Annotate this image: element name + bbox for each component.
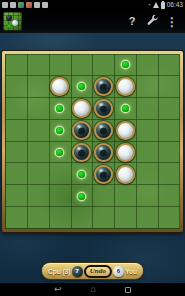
cell-a5[interactable] [5,142,27,164]
cell-h8[interactable] [158,207,180,229]
white-disc: ● [50,77,69,96]
legal-move-hint[interactable] [78,83,85,90]
icon-hint-dot [7,24,11,28]
overflow-menu-button[interactable]: ⋮ [162,10,182,33]
black-score-disc: 7 [72,266,83,277]
cell-h7[interactable] [158,185,180,207]
icon-black-disc [6,15,12,21]
help-button[interactable]: ? [122,10,142,33]
white-disc: ● [116,77,135,96]
cell-a2[interactable] [5,76,27,98]
cpu-label: Cpu (3) [48,268,70,275]
navigation-bar: ↩ ⌂ [0,283,185,296]
cell-f4[interactable]: ● [114,120,136,142]
cell-e2[interactable]: ● [93,76,115,98]
black-disc: ● [72,121,91,140]
notification-icon [2,2,8,8]
cell-d8[interactable] [71,207,93,229]
overflow-dots-icon: ⋮ [166,16,178,28]
cell-e1[interactable] [93,54,115,76]
cell-f3[interactable] [114,98,136,120]
cell-c4[interactable] [49,120,71,142]
cell-h5[interactable] [158,142,180,164]
board-frame: ●●●●●●●●●●●●● [2,51,183,232]
reversi-app-icon[interactable] [3,12,22,31]
black-disc: ● [94,121,113,140]
black-disc: ● [94,99,113,118]
wifi-icon [153,2,159,8]
cell-f6[interactable]: ● [114,163,136,185]
cell-c1[interactable] [49,54,71,76]
cell-b1[interactable] [27,54,49,76]
cell-d4[interactable]: ● [71,120,93,142]
cell-c6[interactable] [49,163,71,185]
camera-notification-icon [34,2,40,8]
cell-b6[interactable] [27,163,49,185]
cell-d2[interactable] [71,76,93,98]
cell-e4[interactable]: ● [93,120,115,142]
cell-c5[interactable] [49,142,71,164]
cell-f7[interactable] [114,185,136,207]
cell-b4[interactable] [27,120,49,142]
cell-d3[interactable]: ● [71,98,93,120]
legal-move-hint[interactable] [56,105,63,112]
board-grid[interactable]: ●●●●●●●●●●●●● [5,54,180,229]
cell-f1[interactable] [114,54,136,76]
cell-h3[interactable] [158,98,180,120]
legal-move-hint[interactable] [56,127,63,134]
cell-g6[interactable] [136,163,158,185]
settings-button[interactable] [142,10,162,33]
you-label: You [125,268,137,275]
cell-g7[interactable] [136,185,158,207]
cell-b7[interactable] [27,185,49,207]
cell-a3[interactable] [5,98,27,120]
cell-e3[interactable]: ● [93,98,115,120]
back-icon[interactable]: ↩ [54,285,62,294]
cell-e5[interactable]: ● [93,142,115,164]
white-disc: ● [116,121,135,140]
cell-a4[interactable] [5,120,27,142]
icon-white-disc [12,20,18,26]
cell-g5[interactable] [136,142,158,164]
black-disc: ● [94,165,113,184]
photo-notification-icon [26,2,32,8]
white-disc: ● [116,143,135,162]
app-notification-icon [18,2,24,8]
wrench-icon [146,13,159,31]
cell-b2[interactable] [27,76,49,98]
cell-d1[interactable] [71,54,93,76]
action-bar: ? ⋮ [0,10,185,33]
undo-button[interactable]: Undo [84,265,112,278]
cell-g2[interactable] [136,76,158,98]
legal-move-hint[interactable] [122,105,129,112]
cell-d7[interactable] [71,185,93,207]
action-bar-buttons: ? ⋮ [122,10,182,33]
cell-g8[interactable] [136,207,158,229]
cell-f8[interactable] [114,207,136,229]
alarm-icon: ◔ [147,2,151,8]
cell-c7[interactable] [49,185,71,207]
black-disc: ● [72,143,91,162]
cell-a6[interactable] [5,163,27,185]
white-disc: ● [72,99,91,118]
cell-g4[interactable] [136,120,158,142]
cell-e7[interactable] [93,185,115,207]
status-indicators: ◔ 06:43 [147,2,183,9]
white-disc: ● [116,165,135,184]
cell-a7[interactable] [5,185,27,207]
cell-h4[interactable] [158,120,180,142]
legal-move-hint[interactable] [78,193,85,200]
cell-c3[interactable] [49,98,71,120]
cell-a1[interactable] [5,54,27,76]
cell-e8[interactable] [93,207,115,229]
cell-g1[interactable] [136,54,158,76]
cell-f2[interactable]: ● [114,76,136,98]
cell-h1[interactable] [158,54,180,76]
battery-icon [161,2,165,9]
white-score-disc: 6 [113,266,124,277]
cell-a8[interactable] [5,207,27,229]
cell-b3[interactable] [27,98,49,120]
legal-move-hint[interactable] [78,171,85,178]
score-bar: Cpu (3) 7 Undo 6 You [42,263,143,279]
notification-icons [2,2,48,8]
clock: 06:43 [167,2,183,9]
cell-h6[interactable] [158,163,180,185]
message-icon [10,2,16,8]
cell-b5[interactable] [27,142,49,164]
misc-notification-icon [42,2,48,8]
cell-h2[interactable] [158,76,180,98]
cell-d6[interactable] [71,163,93,185]
black-disc: ● [94,77,113,96]
legal-move-hint[interactable] [56,149,63,156]
legal-move-hint[interactable] [122,61,129,68]
cell-g3[interactable] [136,98,158,120]
recents-icon[interactable] [125,287,131,293]
home-icon[interactable]: ⌂ [91,285,96,294]
cell-d5[interactable]: ● [71,142,93,164]
help-icon: ? [129,16,136,27]
black-disc: ● [94,143,113,162]
cell-c2[interactable]: ● [49,76,71,98]
cell-b8[interactable] [27,207,49,229]
status-bar: ◔ 06:43 [0,0,185,10]
cell-e6[interactable]: ● [93,163,115,185]
cell-c8[interactable] [49,207,71,229]
cell-f5[interactable]: ● [114,142,136,164]
